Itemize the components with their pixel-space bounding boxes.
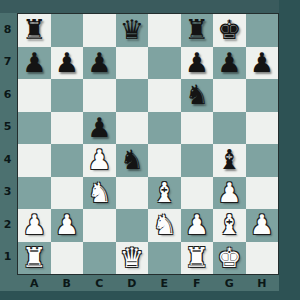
square-g3[interactable]: ♟ (213, 177, 246, 210)
piece-black-pawn[interactable]: ♟ (87, 47, 111, 80)
piece-white-bishop[interactable]: ♝ (217, 209, 241, 242)
square-h1[interactable] (246, 242, 279, 275)
square-e7[interactable] (148, 47, 181, 80)
piece-white-king[interactable]: ♚ (217, 242, 241, 275)
square-g1[interactable]: ♚ (213, 242, 246, 275)
square-b3[interactable] (51, 177, 84, 210)
square-e4[interactable] (148, 144, 181, 177)
piece-white-knight[interactable]: ♞ (152, 209, 176, 242)
board-frame: ♜♛♜♚♟♟♟♟♟♟♞♟♟♞♝♞♝♟♟♟♞♟♝♟♜♛♜♚ 87654321 AB… (0, 0, 300, 300)
square-d4[interactable]: ♞ (116, 144, 149, 177)
square-f3[interactable] (181, 177, 214, 210)
square-d5[interactable] (116, 112, 149, 145)
square-c1[interactable] (83, 242, 116, 275)
square-d2[interactable] (116, 209, 149, 242)
file-label-a: A (18, 275, 51, 291)
file-label-g: G (213, 275, 246, 291)
square-f2[interactable]: ♟ (181, 209, 214, 242)
piece-black-pawn[interactable]: ♟ (22, 47, 46, 80)
square-e1[interactable] (148, 242, 181, 275)
piece-white-rook[interactable]: ♜ (22, 242, 46, 275)
square-b6[interactable] (51, 79, 84, 112)
piece-black-knight[interactable]: ♞ (120, 144, 144, 177)
square-b7[interactable]: ♟ (51, 47, 84, 80)
square-h3[interactable] (246, 177, 279, 210)
square-h6[interactable] (246, 79, 279, 112)
square-h8[interactable] (246, 14, 279, 47)
file-label-b: B (51, 275, 84, 291)
piece-white-knight[interactable]: ♞ (87, 177, 111, 210)
file-label-c: C (83, 275, 116, 291)
square-g7[interactable]: ♟ (213, 47, 246, 80)
square-e8[interactable] (148, 14, 181, 47)
square-a3[interactable] (18, 177, 51, 210)
rank-label-2: 2 (0, 208, 15, 241)
square-d6[interactable] (116, 79, 149, 112)
square-c2[interactable] (83, 209, 116, 242)
square-d1[interactable]: ♛ (116, 242, 149, 275)
square-g4[interactable]: ♝ (213, 144, 246, 177)
square-e2[interactable]: ♞ (148, 209, 181, 242)
square-h2[interactable]: ♟ (246, 209, 279, 242)
square-a7[interactable]: ♟ (18, 47, 51, 80)
square-e3[interactable]: ♝ (148, 177, 181, 210)
piece-white-bishop[interactable]: ♝ (152, 177, 176, 210)
piece-black-rook[interactable]: ♜ (22, 14, 46, 47)
rank-label-3: 3 (0, 176, 15, 209)
rank-label-1: 1 (0, 241, 15, 274)
square-h5[interactable] (246, 112, 279, 145)
square-d3[interactable] (116, 177, 149, 210)
piece-black-pawn[interactable]: ♟ (217, 47, 241, 80)
square-d8[interactable]: ♛ (116, 14, 149, 47)
rank-label-4: 4 (0, 143, 15, 176)
square-g8[interactable]: ♚ (213, 14, 246, 47)
piece-white-pawn[interactable]: ♟ (87, 144, 111, 177)
square-a1[interactable]: ♜ (18, 242, 51, 275)
rank-label-8: 8 (0, 13, 15, 46)
square-c5[interactable]: ♟ (83, 112, 116, 145)
square-f4[interactable] (181, 144, 214, 177)
square-b4[interactable] (51, 144, 84, 177)
square-a4[interactable] (18, 144, 51, 177)
square-c3[interactable]: ♞ (83, 177, 116, 210)
rank-label-6: 6 (0, 78, 15, 111)
piece-black-king[interactable]: ♚ (217, 14, 241, 47)
piece-black-queen[interactable]: ♛ (120, 14, 144, 47)
square-e5[interactable] (148, 112, 181, 145)
piece-black-pawn[interactable]: ♟ (55, 47, 79, 80)
rank-label-7: 7 (0, 46, 15, 79)
piece-white-pawn[interactable]: ♟ (22, 209, 46, 242)
square-g6[interactable] (213, 79, 246, 112)
rank-label-5: 5 (0, 111, 15, 144)
square-c8[interactable] (83, 14, 116, 47)
frame-right-band (279, 0, 300, 300)
frame-top-band (0, 0, 300, 13)
square-f5[interactable] (181, 112, 214, 145)
square-a5[interactable] (18, 112, 51, 145)
frame-bottom-band (0, 291, 300, 300)
square-c7[interactable]: ♟ (83, 47, 116, 80)
square-g5[interactable] (213, 112, 246, 145)
piece-black-knight[interactable]: ♞ (185, 79, 209, 112)
piece-white-pawn[interactable]: ♟ (250, 209, 274, 242)
piece-white-rook[interactable]: ♜ (185, 242, 209, 275)
square-d7[interactable] (116, 47, 149, 80)
file-label-h: H (246, 275, 279, 291)
square-f8[interactable]: ♜ (181, 14, 214, 47)
file-label-e: E (148, 275, 181, 291)
piece-white-queen[interactable]: ♛ (120, 242, 144, 275)
piece-black-rook[interactable]: ♜ (185, 14, 209, 47)
square-a2[interactable]: ♟ (18, 209, 51, 242)
square-b8[interactable] (51, 14, 84, 47)
square-b1[interactable] (51, 242, 84, 275)
piece-black-pawn[interactable]: ♟ (185, 47, 209, 80)
file-label-d: D (116, 275, 149, 291)
piece-white-pawn[interactable]: ♟ (55, 209, 79, 242)
piece-black-pawn[interactable]: ♟ (250, 47, 274, 80)
piece-black-bishop[interactable]: ♝ (217, 144, 241, 177)
square-c6[interactable] (83, 79, 116, 112)
square-h4[interactable] (246, 144, 279, 177)
piece-black-pawn[interactable]: ♟ (87, 112, 111, 145)
square-f6[interactable]: ♞ (181, 79, 214, 112)
piece-white-pawn[interactable]: ♟ (217, 177, 241, 210)
square-b5[interactable] (51, 112, 84, 145)
square-h7[interactable]: ♟ (246, 47, 279, 80)
square-e6[interactable] (148, 79, 181, 112)
square-a8[interactable]: ♜ (18, 14, 51, 47)
square-g2[interactable]: ♝ (213, 209, 246, 242)
file-label-f: F (181, 275, 214, 291)
square-b2[interactable]: ♟ (51, 209, 84, 242)
piece-white-pawn[interactable]: ♟ (185, 209, 209, 242)
square-f7[interactable]: ♟ (181, 47, 214, 80)
square-a6[interactable] (18, 79, 51, 112)
square-f1[interactable]: ♜ (181, 242, 214, 275)
chess-board: ♜♛♜♚♟♟♟♟♟♟♞♟♟♞♝♞♝♟♟♟♞♟♝♟♜♛♜♚ (17, 13, 279, 275)
square-c4[interactable]: ♟ (83, 144, 116, 177)
